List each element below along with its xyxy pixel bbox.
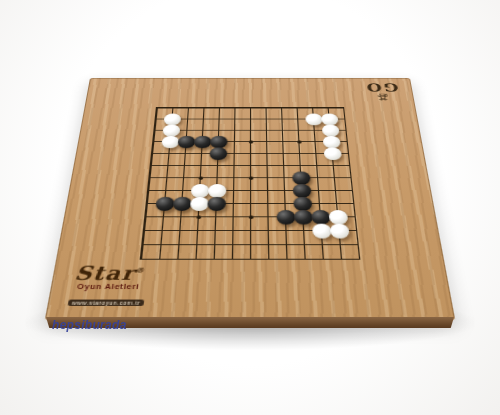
go-label: GO [360,81,402,93]
go-board: 碁 GO Star® Oyun Aletleri www.staroyun.co… [45,78,456,320]
white-stone[interactable] [321,124,339,136]
star-point [198,176,203,179]
white-stone[interactable] [161,135,179,147]
white-stone[interactable] [329,223,349,238]
product-photo: 碁 GO Star® Oyun Aletleri www.staroyun.co… [0,0,500,415]
black-stone[interactable] [311,210,331,224]
star-point [248,215,253,219]
black-stone[interactable] [193,135,211,147]
black-stone[interactable] [209,147,227,160]
white-stone[interactable] [311,223,331,238]
black-stone[interactable] [172,196,191,210]
brand-url: www.staroyun.com.tr [68,300,145,306]
black-stone[interactable] [293,210,312,224]
go-grid [140,107,361,260]
white-stone[interactable] [328,210,348,224]
marketplace-watermark: hepsiburada [52,318,127,332]
brand-block: Star® Oyun Aletleri www.staroyun.com.tr [67,261,148,309]
star-point [196,215,201,219]
white-stone[interactable] [207,184,226,198]
black-stone[interactable] [207,196,226,210]
white-stone[interactable] [162,124,180,136]
white-stone[interactable] [190,184,209,198]
registered-mark: ® [135,265,146,274]
white-stone[interactable] [322,135,340,147]
black-stone[interactable] [276,210,295,224]
black-stone[interactable] [292,171,311,184]
black-stone[interactable] [293,196,312,210]
star-point [248,140,252,143]
black-stone[interactable] [177,135,195,147]
black-stone[interactable] [155,196,175,210]
brand-subtitle: Oyun Aletleri [70,283,146,290]
go-corner-mark: 碁 GO [360,81,404,100]
brand-name: Star® [72,261,148,281]
star-point [248,176,252,179]
white-stone[interactable] [323,147,342,160]
white-stone[interactable] [320,113,338,125]
white-stone[interactable] [305,113,323,125]
white-stone[interactable] [189,196,208,210]
black-stone[interactable] [209,135,227,147]
star-point [297,140,301,143]
black-stone[interactable] [292,184,311,198]
white-stone[interactable] [163,113,181,125]
